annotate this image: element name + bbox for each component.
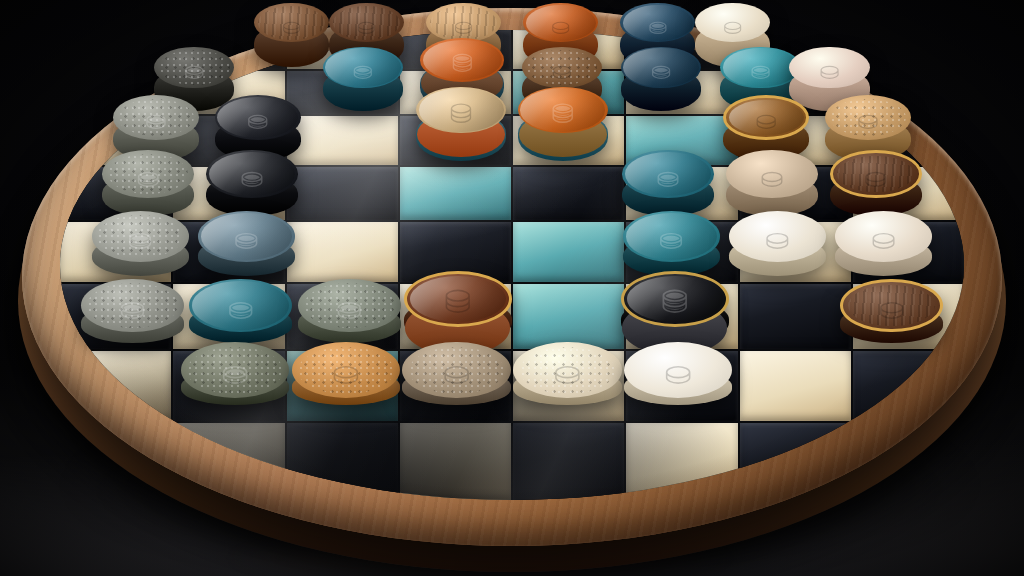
square-5-6[interactable] [740, 284, 851, 349]
checker-glyph: ⛂ [620, 7, 695, 46]
checker-piece-steel-blue-glass[interactable]: ⛂ [198, 211, 295, 276]
checker-piece-teal-glass[interactable]: ⛂ [323, 47, 403, 112]
checker-piece-walnut-goldrim[interactable]: ⛀ [840, 279, 943, 343]
checker-piece-midnight-glass[interactable]: ⛂ [621, 47, 701, 112]
checker-piece-banded-sandstone[interactable]: ⛁ [416, 87, 506, 161]
checker-piece-caramel-leather[interactable]: ⛀ [292, 342, 400, 405]
checker-glyph: ⛀ [292, 345, 400, 401]
checker-glyph: ⛀ [723, 99, 809, 144]
checker-piece-amber-azurite[interactable]: ⛃ [518, 87, 608, 161]
checker-glyph: ⛀ [825, 99, 911, 144]
checker-piece-teal-marble[interactable]: ⛂ [622, 150, 714, 215]
checker-glyph: ⛂ [215, 99, 301, 144]
checker-piece-taupe-shagreen[interactable]: ⛀ [402, 342, 510, 405]
checker-glyph: ⛀ [726, 153, 818, 201]
checker-glyph: ⛂ [323, 50, 403, 92]
checker-piece-beige-stone[interactable]: ⛀ [726, 150, 818, 215]
checker-glyph: ⛁ [416, 90, 506, 137]
checker-glyph: ⛂ [623, 215, 720, 266]
square-4-2[interactable] [287, 222, 398, 281]
checker-piece-obsidian-goldband[interactable]: ⛃ [621, 271, 729, 343]
checker-glyph: ⛀ [624, 345, 732, 401]
checker-piece-olive-stone[interactable]: ⛂ [181, 342, 289, 405]
square-3-4[interactable] [513, 167, 624, 221]
checker-glyph: ⛀ [840, 282, 943, 335]
checker-glyph: ⛂ [102, 153, 194, 201]
checker-piece-teal-glass[interactable]: ⛂ [189, 279, 292, 343]
checker-piece-walnut-goldrim[interactable]: ⛀ [830, 150, 922, 215]
checker-glyph: ⛀ [830, 153, 922, 201]
checker-glyph: ⛃ [518, 90, 608, 137]
checker-piece-gray-granite[interactable]: ⛂ [102, 150, 194, 215]
scene: ⛀⛀⛀⛀⛂⛀⛂⛂⛃⛀⛂⛂⛀⛂⛂⛁⛃⛀⛀⛂⛂⛂⛀⛀⛂⛂⛂⛀⛀⛂⛂⛂⛁⛃⛀⛂⛀⛀⛀⛀ [0, 0, 1024, 576]
square-2-2[interactable] [287, 116, 398, 164]
checker-piece-moss-stone[interactable]: ⛂ [298, 279, 401, 343]
checker-piece-silver-granite[interactable]: ⛂ [92, 211, 189, 276]
checker-glyph: ⛂ [622, 153, 714, 201]
checker-glyph: ⛂ [113, 99, 199, 144]
square-4-4[interactable] [513, 222, 624, 281]
checker-glyph: ⛀ [402, 345, 510, 401]
checker-glyph: ⛂ [621, 50, 701, 92]
checker-glyph: ⛀ [789, 50, 869, 92]
checker-glyph: ⛂ [92, 215, 189, 266]
checker-piece-cream-jade[interactable]: ⛀ [835, 211, 932, 276]
checker-glyph: ⛃ [420, 42, 504, 86]
checker-glyph: ⛀ [695, 7, 770, 46]
checker-glyph: ⛀ [835, 215, 932, 266]
checker-piece-gray-granite[interactable]: ⛂ [81, 279, 184, 343]
square-6-6[interactable] [740, 351, 851, 422]
checker-piece-brown-wood[interactable]: ⛀ [254, 3, 329, 66]
checker-piece-pearl-shagreen[interactable]: ⛀ [513, 342, 621, 405]
checker-glyph: ⛀ [729, 215, 826, 266]
square-3-3[interactable] [400, 167, 511, 221]
square-7-3[interactable] [400, 423, 511, 500]
checker-glyph: ⛂ [206, 153, 298, 201]
checker-glyph: ⛀ [329, 7, 404, 46]
checker-piece-ivory-marble[interactable]: ⛀ [729, 211, 826, 276]
checker-glyph: ⛀ [254, 7, 329, 46]
checker-piece-teal-glass[interactable]: ⛂ [623, 211, 720, 276]
square-5-4[interactable] [513, 284, 624, 349]
checker-glyph: ⛀ [522, 50, 602, 92]
checker-glyph: ⛂ [154, 50, 234, 92]
checker-piece-mahogany-goldrim[interactable]: ⛁ [404, 271, 512, 343]
checker-glyph: ⛀ [513, 345, 621, 401]
checker-glyph: ⛂ [298, 282, 401, 335]
checker-glyph: ⛂ [198, 215, 295, 266]
checker-glyph: ⛀ [523, 7, 598, 46]
square-3-2[interactable] [287, 167, 398, 221]
checker-glyph: ⛂ [81, 282, 184, 335]
checker-glyph: ⛂ [189, 282, 292, 335]
square-7-4[interactable] [513, 423, 624, 500]
checker-glyph: ⛂ [181, 345, 289, 401]
checker-glyph: ⛃ [621, 274, 729, 330]
checker-glyph: ⛁ [404, 274, 512, 330]
checker-piece-ivory-marble[interactable]: ⛀ [624, 342, 732, 405]
checker-piece-black-onyx[interactable]: ⛂ [206, 150, 298, 215]
